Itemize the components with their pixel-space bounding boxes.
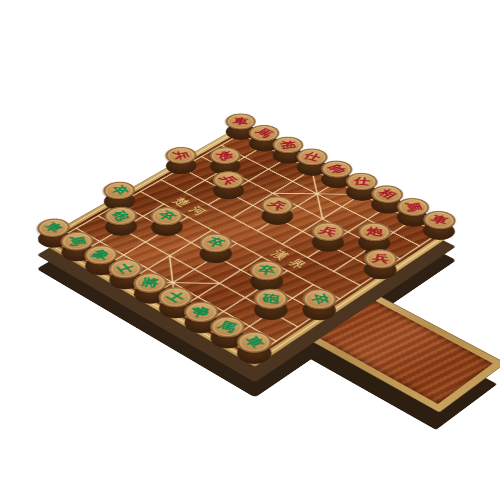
piece-character: 將	[140, 277, 160, 288]
piece-character: 象	[191, 306, 211, 318]
piece-character: 卒	[257, 265, 276, 276]
piece-character: 炮	[365, 227, 383, 238]
piece-character: 馬	[216, 320, 239, 334]
piece-character: 卒	[309, 293, 330, 305]
piece-character: 卒	[205, 237, 227, 250]
piece-character: 士	[164, 290, 188, 304]
piece-character: 車	[232, 117, 249, 126]
piece-character: 車	[242, 335, 266, 349]
piece-character: 砲	[262, 293, 281, 305]
piece-character: 車	[42, 221, 65, 234]
piece-character: 士	[114, 262, 136, 275]
xiangqi-board: 楚河 漢界 車馬相仕帥仕相馬車炮炮兵兵兵兵兵卒卒卒卒卒砲砲車馬象士將士象馬車	[37, 126, 455, 367]
piece-character: 兵	[318, 225, 339, 237]
product-photo-stage: 楚河 漢界 車馬相仕帥仕相馬車炮炮兵兵兵兵兵卒卒卒卒卒砲砲車馬象士將士象馬車	[0, 0, 500, 500]
piece-character: 兵	[372, 253, 390, 264]
piece-character: 車	[429, 214, 450, 226]
piece-character: 象	[90, 248, 112, 261]
piece-character: 馬	[68, 236, 87, 247]
